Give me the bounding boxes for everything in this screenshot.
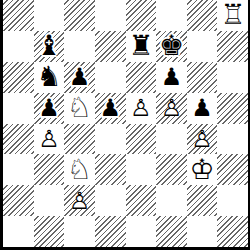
square-e5[interactable]: ♟♙: [126, 93, 157, 124]
square-g7[interactable]: [187, 31, 218, 62]
square-c8[interactable]: [64, 0, 95, 31]
square-g6[interactable]: [187, 62, 218, 93]
piece-white-pawn: ♟♙: [64, 185, 95, 216]
square-d7[interactable]: [95, 31, 126, 62]
square-e6[interactable]: [126, 62, 157, 93]
square-a6[interactable]: [3, 62, 34, 93]
square-c3[interactable]: ♞♘: [64, 154, 95, 185]
square-a1[interactable]: [3, 216, 34, 247]
square-c1[interactable]: [64, 216, 95, 247]
square-c5[interactable]: ♞♘: [64, 93, 95, 124]
square-g5[interactable]: ♟: [187, 93, 218, 124]
square-e3[interactable]: [126, 154, 157, 185]
piece-white-pawn: ♟♙: [156, 93, 187, 124]
square-c2[interactable]: ♟♙: [64, 185, 95, 216]
square-h2[interactable]: [217, 185, 248, 216]
square-g3[interactable]: ♚♔: [187, 154, 218, 185]
piece-black-pawn: ♟: [156, 62, 187, 93]
square-a4[interactable]: [3, 124, 34, 155]
square-d8[interactable]: [95, 0, 126, 31]
square-c7[interactable]: [64, 31, 95, 62]
piece-white-pawn: ♟♙: [126, 93, 157, 124]
square-h5[interactable]: [217, 93, 248, 124]
square-b3[interactable]: [34, 154, 65, 185]
square-d4[interactable]: [95, 124, 126, 155]
square-b8[interactable]: [34, 0, 65, 31]
piece-black-pawn: ♟: [95, 93, 126, 124]
square-g4[interactable]: ♟♙: [187, 124, 218, 155]
square-c6[interactable]: ♟: [64, 62, 95, 93]
piece-black-bishop: ♝: [34, 31, 65, 62]
square-e1[interactable]: [126, 216, 157, 247]
square-e2[interactable]: [126, 185, 157, 216]
chess-board: ♜♖♝♜♚♞♟♟♟♞♘♟♟♙♟♙♟♟♙♟♙♞♘♚♔♟♙: [0, 0, 250, 250]
square-g2[interactable]: [187, 185, 218, 216]
square-h6[interactable]: [217, 62, 248, 93]
piece-white-knight: ♞♘: [64, 93, 95, 124]
square-f7[interactable]: ♚: [156, 31, 187, 62]
square-a7[interactable]: [3, 31, 34, 62]
square-b4[interactable]: ♟♙: [34, 124, 65, 155]
square-b5[interactable]: ♟: [34, 93, 65, 124]
square-b6[interactable]: ♞: [34, 62, 65, 93]
square-h8[interactable]: ♜♖: [217, 0, 248, 31]
square-a5[interactable]: [3, 93, 34, 124]
square-d5[interactable]: ♟: [95, 93, 126, 124]
piece-white-pawn: ♟♙: [187, 124, 218, 155]
piece-black-rook: ♜: [126, 31, 157, 62]
square-e8[interactable]: [126, 0, 157, 31]
piece-white-king: ♚♔: [187, 154, 218, 185]
square-f1[interactable]: [156, 216, 187, 247]
square-f4[interactable]: [156, 124, 187, 155]
square-d2[interactable]: [95, 185, 126, 216]
piece-black-pawn: ♟: [64, 62, 95, 93]
piece-black-knight: ♞: [34, 62, 65, 93]
piece-black-king: ♚: [156, 31, 187, 62]
square-h7[interactable]: [217, 31, 248, 62]
square-g1[interactable]: [187, 216, 218, 247]
square-b2[interactable]: [34, 185, 65, 216]
piece-white-rook: ♜♖: [217, 0, 248, 31]
square-f2[interactable]: [156, 185, 187, 216]
square-b7[interactable]: ♝: [34, 31, 65, 62]
square-e7[interactable]: ♜: [126, 31, 157, 62]
square-f6[interactable]: ♟: [156, 62, 187, 93]
piece-black-pawn: ♟: [34, 93, 65, 124]
square-e4[interactable]: [126, 124, 157, 155]
square-d3[interactable]: [95, 154, 126, 185]
square-f3[interactable]: [156, 154, 187, 185]
square-a8[interactable]: [3, 0, 34, 31]
square-c4[interactable]: [64, 124, 95, 155]
square-g8[interactable]: [187, 0, 218, 31]
piece-white-pawn: ♟♙: [34, 124, 65, 155]
square-a3[interactable]: [3, 154, 34, 185]
square-f8[interactable]: [156, 0, 187, 31]
piece-white-knight: ♞♘: [64, 154, 95, 185]
square-h4[interactable]: [217, 124, 248, 155]
square-h3[interactable]: [217, 154, 248, 185]
square-b1[interactable]: [34, 216, 65, 247]
square-d1[interactable]: [95, 216, 126, 247]
piece-black-pawn: ♟: [187, 93, 218, 124]
square-f5[interactable]: ♟♙: [156, 93, 187, 124]
square-h1[interactable]: [217, 216, 248, 247]
square-a2[interactable]: [3, 185, 34, 216]
square-d6[interactable]: [95, 62, 126, 93]
chess-diagram: ♜♖♝♜♚♞♟♟♟♞♘♟♟♙♟♙♟♟♙♟♙♞♘♚♔♟♙: [0, 0, 250, 250]
